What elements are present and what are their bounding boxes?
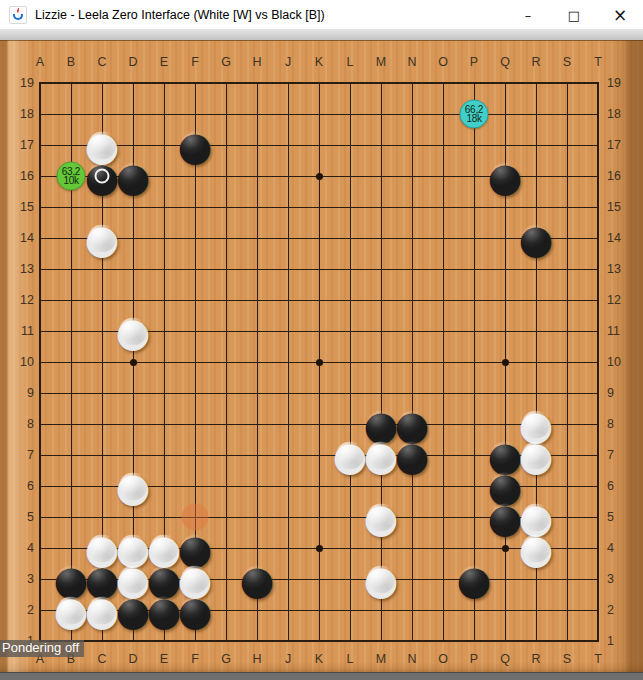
- minimize-button[interactable]: –: [505, 0, 551, 30]
- coordinate-label-left-17: 17: [12, 138, 34, 152]
- point-P10[interactable]: [459, 347, 490, 378]
- point-G16[interactable]: [211, 161, 242, 192]
- point-C6[interactable]: [87, 471, 118, 502]
- point-S7[interactable]: [552, 440, 583, 471]
- point-M16[interactable]: [366, 161, 397, 192]
- point-B11[interactable]: [56, 316, 87, 347]
- point-M3[interactable]: ●: [366, 564, 397, 595]
- point-R10[interactable]: [521, 347, 552, 378]
- point-G4[interactable]: [211, 533, 242, 564]
- point-M11[interactable]: [366, 316, 397, 347]
- coordinate-label-bottom-T: T: [587, 652, 609, 666]
- point-J8[interactable]: [273, 409, 304, 440]
- point-F15[interactable]: [180, 192, 211, 223]
- point-G12[interactable]: [211, 285, 242, 316]
- point-M14[interactable]: [366, 223, 397, 254]
- coordinate-label-top-H: H: [246, 55, 268, 69]
- point-F6[interactable]: [180, 471, 211, 502]
- point-N15[interactable]: [397, 192, 428, 223]
- point-R16[interactable]: [521, 161, 552, 192]
- point-P13[interactable]: [459, 254, 490, 285]
- point-G6[interactable]: [211, 471, 242, 502]
- coordinate-label-right-10: 10: [607, 355, 629, 369]
- point-Q3[interactable]: [490, 564, 521, 595]
- point-M17[interactable]: [366, 130, 397, 161]
- point-R12[interactable]: [521, 285, 552, 316]
- point-S6[interactable]: [552, 471, 583, 502]
- coordinate-label-bottom-R: R: [525, 652, 547, 666]
- point-H12[interactable]: [242, 285, 273, 316]
- point-J6[interactable]: [273, 471, 304, 502]
- coordinate-label-right-8: 8: [607, 417, 629, 431]
- point-O2[interactable]: [428, 595, 459, 626]
- point-H7[interactable]: [242, 440, 273, 471]
- point-J12[interactable]: [273, 285, 304, 316]
- point-J3[interactable]: [273, 564, 304, 595]
- point-E15[interactable]: [149, 192, 180, 223]
- point-E7[interactable]: [149, 440, 180, 471]
- coordinate-label-left-12: 12: [12, 293, 34, 307]
- point-N12[interactable]: [397, 285, 428, 316]
- point-C12[interactable]: [87, 285, 118, 316]
- white-stone-M3: ●: [366, 564, 397, 595]
- point-N3[interactable]: [397, 564, 428, 595]
- point-D2[interactable]: ●: [118, 595, 149, 626]
- coordinate-label-right-18: 18: [607, 107, 629, 121]
- coordinate-label-right-14: 14: [607, 231, 629, 245]
- coordinate-label-right-13: 13: [607, 262, 629, 276]
- coordinate-label-left-7: 7: [12, 448, 34, 462]
- point-F14[interactable]: [180, 223, 211, 254]
- point-E12[interactable]: [149, 285, 180, 316]
- point-G17[interactable]: [211, 130, 242, 161]
- point-H18[interactable]: [242, 99, 273, 130]
- point-Q16[interactable]: ●: [490, 161, 521, 192]
- point-N14[interactable]: [397, 223, 428, 254]
- java-cup-icon: [13, 14, 23, 20]
- point-E19[interactable]: [149, 68, 180, 99]
- point-J10[interactable]: [273, 347, 304, 378]
- coordinate-label-top-G: G: [215, 55, 237, 69]
- point-H17[interactable]: [242, 130, 273, 161]
- point-N18[interactable]: [397, 99, 428, 130]
- coordinate-label-right-17: 17: [607, 138, 629, 152]
- point-D9[interactable]: [118, 378, 149, 409]
- point-N5[interactable]: [397, 502, 428, 533]
- point-O14[interactable]: [428, 223, 459, 254]
- point-M5[interactable]: ●: [366, 502, 397, 533]
- coordinate-label-bottom-P: P: [463, 652, 485, 666]
- point-B19[interactable]: [56, 68, 87, 99]
- point-H5[interactable]: [242, 502, 273, 533]
- point-S11[interactable]: [552, 316, 583, 347]
- point-J15[interactable]: [273, 192, 304, 223]
- coordinate-label-top-O: O: [432, 55, 454, 69]
- white-stone-C2: ●: [87, 595, 118, 626]
- point-R17[interactable]: [521, 130, 552, 161]
- point-Q14[interactable]: [490, 223, 521, 254]
- point-Q2[interactable]: [490, 595, 521, 626]
- point-K14[interactable]: [304, 223, 335, 254]
- point-B2[interactable]: ●: [56, 595, 87, 626]
- point-J13[interactable]: [273, 254, 304, 285]
- point-B18[interactable]: [56, 99, 87, 130]
- point-P8[interactable]: [459, 409, 490, 440]
- point-M18[interactable]: [366, 99, 397, 130]
- point-L4[interactable]: [335, 533, 366, 564]
- point-P11[interactable]: [459, 316, 490, 347]
- point-E11[interactable]: [149, 316, 180, 347]
- candidate-move-P18[interactable]: 66,218k: [460, 100, 489, 129]
- candidate-visits: 18k: [466, 114, 481, 123]
- point-D16[interactable]: ●: [118, 161, 149, 192]
- point-S5[interactable]: [552, 502, 583, 533]
- point-K4[interactable]: [304, 533, 335, 564]
- coordinate-label-right-19: 19: [607, 76, 629, 90]
- point-R18[interactable]: [521, 99, 552, 130]
- point-R14[interactable]: ●: [521, 223, 552, 254]
- point-B15[interactable]: [56, 192, 87, 223]
- point-C14[interactable]: ●: [87, 223, 118, 254]
- point-C10[interactable]: [87, 347, 118, 378]
- point-F2[interactable]: ●: [180, 595, 211, 626]
- point-K18[interactable]: [304, 99, 335, 130]
- point-N19[interactable]: [397, 68, 428, 99]
- black-stone-D16: ●: [118, 161, 149, 192]
- close-button[interactable]: ×: [597, 0, 643, 30]
- point-L15[interactable]: [335, 192, 366, 223]
- point-J17[interactable]: [273, 130, 304, 161]
- point-H13[interactable]: [242, 254, 273, 285]
- point-S17[interactable]: [552, 130, 583, 161]
- point-B6[interactable]: [56, 471, 87, 502]
- go-board: 66,218k●●63,210k●●●●●●●●●●●●●●●●●●●●●●●●…: [0, 40, 643, 672]
- point-D19[interactable]: [118, 68, 149, 99]
- point-P16[interactable]: [459, 161, 490, 192]
- point-G2[interactable]: [211, 595, 242, 626]
- point-M7[interactable]: ●: [366, 440, 397, 471]
- point-H15[interactable]: [242, 192, 273, 223]
- point-K19[interactable]: [304, 68, 335, 99]
- point-O12[interactable]: [428, 285, 459, 316]
- point-G18[interactable]: [211, 99, 242, 130]
- point-O6[interactable]: [428, 471, 459, 502]
- point-J9[interactable]: [273, 378, 304, 409]
- point-F8[interactable]: [180, 409, 211, 440]
- point-K15[interactable]: [304, 192, 335, 223]
- coordinate-label-left-18: 18: [12, 107, 34, 121]
- point-L5[interactable]: [335, 502, 366, 533]
- point-H11[interactable]: [242, 316, 273, 347]
- point-K3[interactable]: [304, 564, 335, 595]
- point-S8[interactable]: [552, 409, 583, 440]
- point-B14[interactable]: [56, 223, 87, 254]
- point-K10[interactable]: [304, 347, 335, 378]
- point-O11[interactable]: [428, 316, 459, 347]
- point-J16[interactable]: [273, 161, 304, 192]
- last-move-marker: [95, 169, 110, 184]
- point-O19[interactable]: [428, 68, 459, 99]
- coordinate-label-top-T: T: [587, 55, 609, 69]
- point-P17[interactable]: [459, 130, 490, 161]
- point-O9[interactable]: [428, 378, 459, 409]
- coordinate-label-right-5: 5: [607, 510, 629, 524]
- point-L14[interactable]: [335, 223, 366, 254]
- point-K16[interactable]: [304, 161, 335, 192]
- point-D14[interactable]: [118, 223, 149, 254]
- coordinate-label-top-B: B: [60, 55, 82, 69]
- point-N11[interactable]: [397, 316, 428, 347]
- point-H9[interactable]: [242, 378, 273, 409]
- point-E8[interactable]: [149, 409, 180, 440]
- point-J2[interactable]: [273, 595, 304, 626]
- point-S9[interactable]: [552, 378, 583, 409]
- point-P5[interactable]: [459, 502, 490, 533]
- point-G15[interactable]: [211, 192, 242, 223]
- point-D11[interactable]: ●: [118, 316, 149, 347]
- point-B5[interactable]: [56, 502, 87, 533]
- point-P6[interactable]: [459, 471, 490, 502]
- point-O10[interactable]: [428, 347, 459, 378]
- point-S15[interactable]: [552, 192, 583, 223]
- point-S2[interactable]: [552, 595, 583, 626]
- point-B8[interactable]: [56, 409, 87, 440]
- point-B17[interactable]: [56, 130, 87, 161]
- coordinate-label-right-2: 2: [607, 603, 629, 617]
- point-N17[interactable]: [397, 130, 428, 161]
- point-C2[interactable]: ●: [87, 595, 118, 626]
- point-Q10[interactable]: [490, 347, 521, 378]
- point-Q19[interactable]: [490, 68, 521, 99]
- point-N10[interactable]: [397, 347, 428, 378]
- point-G14[interactable]: [211, 223, 242, 254]
- point-E6[interactable]: [149, 471, 180, 502]
- point-B9[interactable]: [56, 378, 87, 409]
- point-S3[interactable]: [552, 564, 583, 595]
- point-O16[interactable]: [428, 161, 459, 192]
- point-O15[interactable]: [428, 192, 459, 223]
- point-F11[interactable]: [180, 316, 211, 347]
- point-C8[interactable]: [87, 409, 118, 440]
- point-L2[interactable]: [335, 595, 366, 626]
- point-L18[interactable]: [335, 99, 366, 130]
- point-D18[interactable]: [118, 99, 149, 130]
- point-L10[interactable]: [335, 347, 366, 378]
- point-G13[interactable]: [211, 254, 242, 285]
- point-C19[interactable]: [87, 68, 118, 99]
- point-M10[interactable]: [366, 347, 397, 378]
- point-K2[interactable]: [304, 595, 335, 626]
- point-H6[interactable]: [242, 471, 273, 502]
- point-P15[interactable]: [459, 192, 490, 223]
- point-G11[interactable]: [211, 316, 242, 347]
- candidate-move-B16[interactable]: 63,210k: [57, 162, 86, 191]
- point-P19[interactable]: [459, 68, 490, 99]
- point-J18[interactable]: [273, 99, 304, 130]
- point-S16[interactable]: [552, 161, 583, 192]
- coordinate-label-bottom-G: G: [215, 652, 237, 666]
- point-G8[interactable]: [211, 409, 242, 440]
- point-M13[interactable]: [366, 254, 397, 285]
- point-C16[interactable]: ●: [87, 161, 118, 192]
- point-E16[interactable]: [149, 161, 180, 192]
- point-S13[interactable]: [552, 254, 583, 285]
- point-J19[interactable]: [273, 68, 304, 99]
- point-K13[interactable]: [304, 254, 335, 285]
- point-O3[interactable]: [428, 564, 459, 595]
- point-C9[interactable]: [87, 378, 118, 409]
- point-H3[interactable]: ●: [242, 564, 273, 595]
- point-L9[interactable]: [335, 378, 366, 409]
- point-R2[interactable]: [521, 595, 552, 626]
- point-F10[interactable]: [180, 347, 211, 378]
- point-D6[interactable]: ●: [118, 471, 149, 502]
- point-G3[interactable]: [211, 564, 242, 595]
- point-E17[interactable]: [149, 130, 180, 161]
- point-C11[interactable]: [87, 316, 118, 347]
- point-O7[interactable]: [428, 440, 459, 471]
- point-M12[interactable]: [366, 285, 397, 316]
- point-N4[interactable]: [397, 533, 428, 564]
- point-N2[interactable]: [397, 595, 428, 626]
- point-R11[interactable]: [521, 316, 552, 347]
- point-P14[interactable]: [459, 223, 490, 254]
- point-L16[interactable]: [335, 161, 366, 192]
- point-G19[interactable]: [211, 68, 242, 99]
- coordinate-label-bottom-Q: Q: [494, 652, 516, 666]
- candidate-visits: 10k: [63, 176, 78, 185]
- point-J14[interactable]: [273, 223, 304, 254]
- point-K8[interactable]: [304, 409, 335, 440]
- point-B13[interactable]: [56, 254, 87, 285]
- maximize-button[interactable]: □: [551, 0, 597, 30]
- point-K11[interactable]: [304, 316, 335, 347]
- point-C7[interactable]: [87, 440, 118, 471]
- point-G9[interactable]: [211, 378, 242, 409]
- point-L3[interactable]: [335, 564, 366, 595]
- point-L13[interactable]: [335, 254, 366, 285]
- point-H10[interactable]: [242, 347, 273, 378]
- point-K12[interactable]: [304, 285, 335, 316]
- point-F12[interactable]: [180, 285, 211, 316]
- point-P7[interactable]: [459, 440, 490, 471]
- point-R19[interactable]: [521, 68, 552, 99]
- point-L7[interactable]: ●: [335, 440, 366, 471]
- point-O17[interactable]: [428, 130, 459, 161]
- point-G5[interactable]: [211, 502, 242, 533]
- point-Q11[interactable]: [490, 316, 521, 347]
- point-S4[interactable]: [552, 533, 583, 564]
- point-K9[interactable]: [304, 378, 335, 409]
- point-M19[interactable]: [366, 68, 397, 99]
- white-stone-D11: ●: [118, 316, 149, 347]
- point-O8[interactable]: [428, 409, 459, 440]
- point-F13[interactable]: [180, 254, 211, 285]
- point-L11[interactable]: [335, 316, 366, 347]
- point-N7[interactable]: ●: [397, 440, 428, 471]
- point-K5[interactable]: [304, 502, 335, 533]
- point-O5[interactable]: [428, 502, 459, 533]
- point-M15[interactable]: [366, 192, 397, 223]
- point-H14[interactable]: [242, 223, 273, 254]
- point-O13[interactable]: [428, 254, 459, 285]
- point-F19[interactable]: [180, 68, 211, 99]
- point-G7[interactable]: [211, 440, 242, 471]
- point-B7[interactable]: [56, 440, 87, 471]
- point-J5[interactable]: [273, 502, 304, 533]
- point-Q5[interactable]: ●: [490, 502, 521, 533]
- point-R4[interactable]: ●: [521, 533, 552, 564]
- coordinate-label-right-7: 7: [607, 448, 629, 462]
- point-E9[interactable]: [149, 378, 180, 409]
- coordinate-label-bottom-N: N: [401, 652, 423, 666]
- point-K17[interactable]: [304, 130, 335, 161]
- point-J7[interactable]: [273, 440, 304, 471]
- point-D8[interactable]: [118, 409, 149, 440]
- point-H16[interactable]: [242, 161, 273, 192]
- point-B10[interactable]: [56, 347, 87, 378]
- point-J11[interactable]: [273, 316, 304, 347]
- point-S10[interactable]: [552, 347, 583, 378]
- point-K7[interactable]: [304, 440, 335, 471]
- black-stone-N7: ●: [397, 440, 428, 471]
- point-L17[interactable]: [335, 130, 366, 161]
- point-E13[interactable]: [149, 254, 180, 285]
- black-stone-R14: ●: [521, 223, 552, 254]
- point-H8[interactable]: [242, 409, 273, 440]
- point-S14[interactable]: [552, 223, 583, 254]
- point-B12[interactable]: [56, 285, 87, 316]
- point-S12[interactable]: [552, 285, 583, 316]
- point-F7[interactable]: [180, 440, 211, 471]
- point-O18[interactable]: [428, 99, 459, 130]
- point-P9[interactable]: [459, 378, 490, 409]
- point-Q12[interactable]: [490, 285, 521, 316]
- point-J4[interactable]: [273, 533, 304, 564]
- point-Q13[interactable]: [490, 254, 521, 285]
- point-E14[interactable]: [149, 223, 180, 254]
- point-S19[interactable]: [552, 68, 583, 99]
- point-L19[interactable]: [335, 68, 366, 99]
- point-F17[interactable]: ●: [180, 130, 211, 161]
- point-E10[interactable]: [149, 347, 180, 378]
- point-N13[interactable]: [397, 254, 428, 285]
- point-B16[interactable]: 63,210k: [56, 161, 87, 192]
- point-Q9[interactable]: [490, 378, 521, 409]
- coordinate-label-left-6: 6: [12, 479, 34, 493]
- point-D13[interactable]: [118, 254, 149, 285]
- point-S18[interactable]: [552, 99, 583, 130]
- point-Q18[interactable]: [490, 99, 521, 130]
- point-F9[interactable]: [180, 378, 211, 409]
- point-N16[interactable]: [397, 161, 428, 192]
- point-K6[interactable]: [304, 471, 335, 502]
- point-L12[interactable]: [335, 285, 366, 316]
- coordinate-label-top-S: S: [556, 55, 578, 69]
- point-O4[interactable]: [428, 533, 459, 564]
- point-P3[interactable]: ●: [459, 564, 490, 595]
- point-P12[interactable]: [459, 285, 490, 316]
- point-R7[interactable]: ●: [521, 440, 552, 471]
- black-stone-F17: ●: [180, 130, 211, 161]
- point-E18[interactable]: [149, 99, 180, 130]
- point-G10[interactable]: [211, 347, 242, 378]
- java-steam-icon: [16, 7, 20, 13]
- point-H19[interactable]: [242, 68, 273, 99]
- point-E2[interactable]: ●: [149, 595, 180, 626]
- white-stone-M7: ●: [366, 440, 397, 471]
- point-P18[interactable]: 66,218k: [459, 99, 490, 130]
